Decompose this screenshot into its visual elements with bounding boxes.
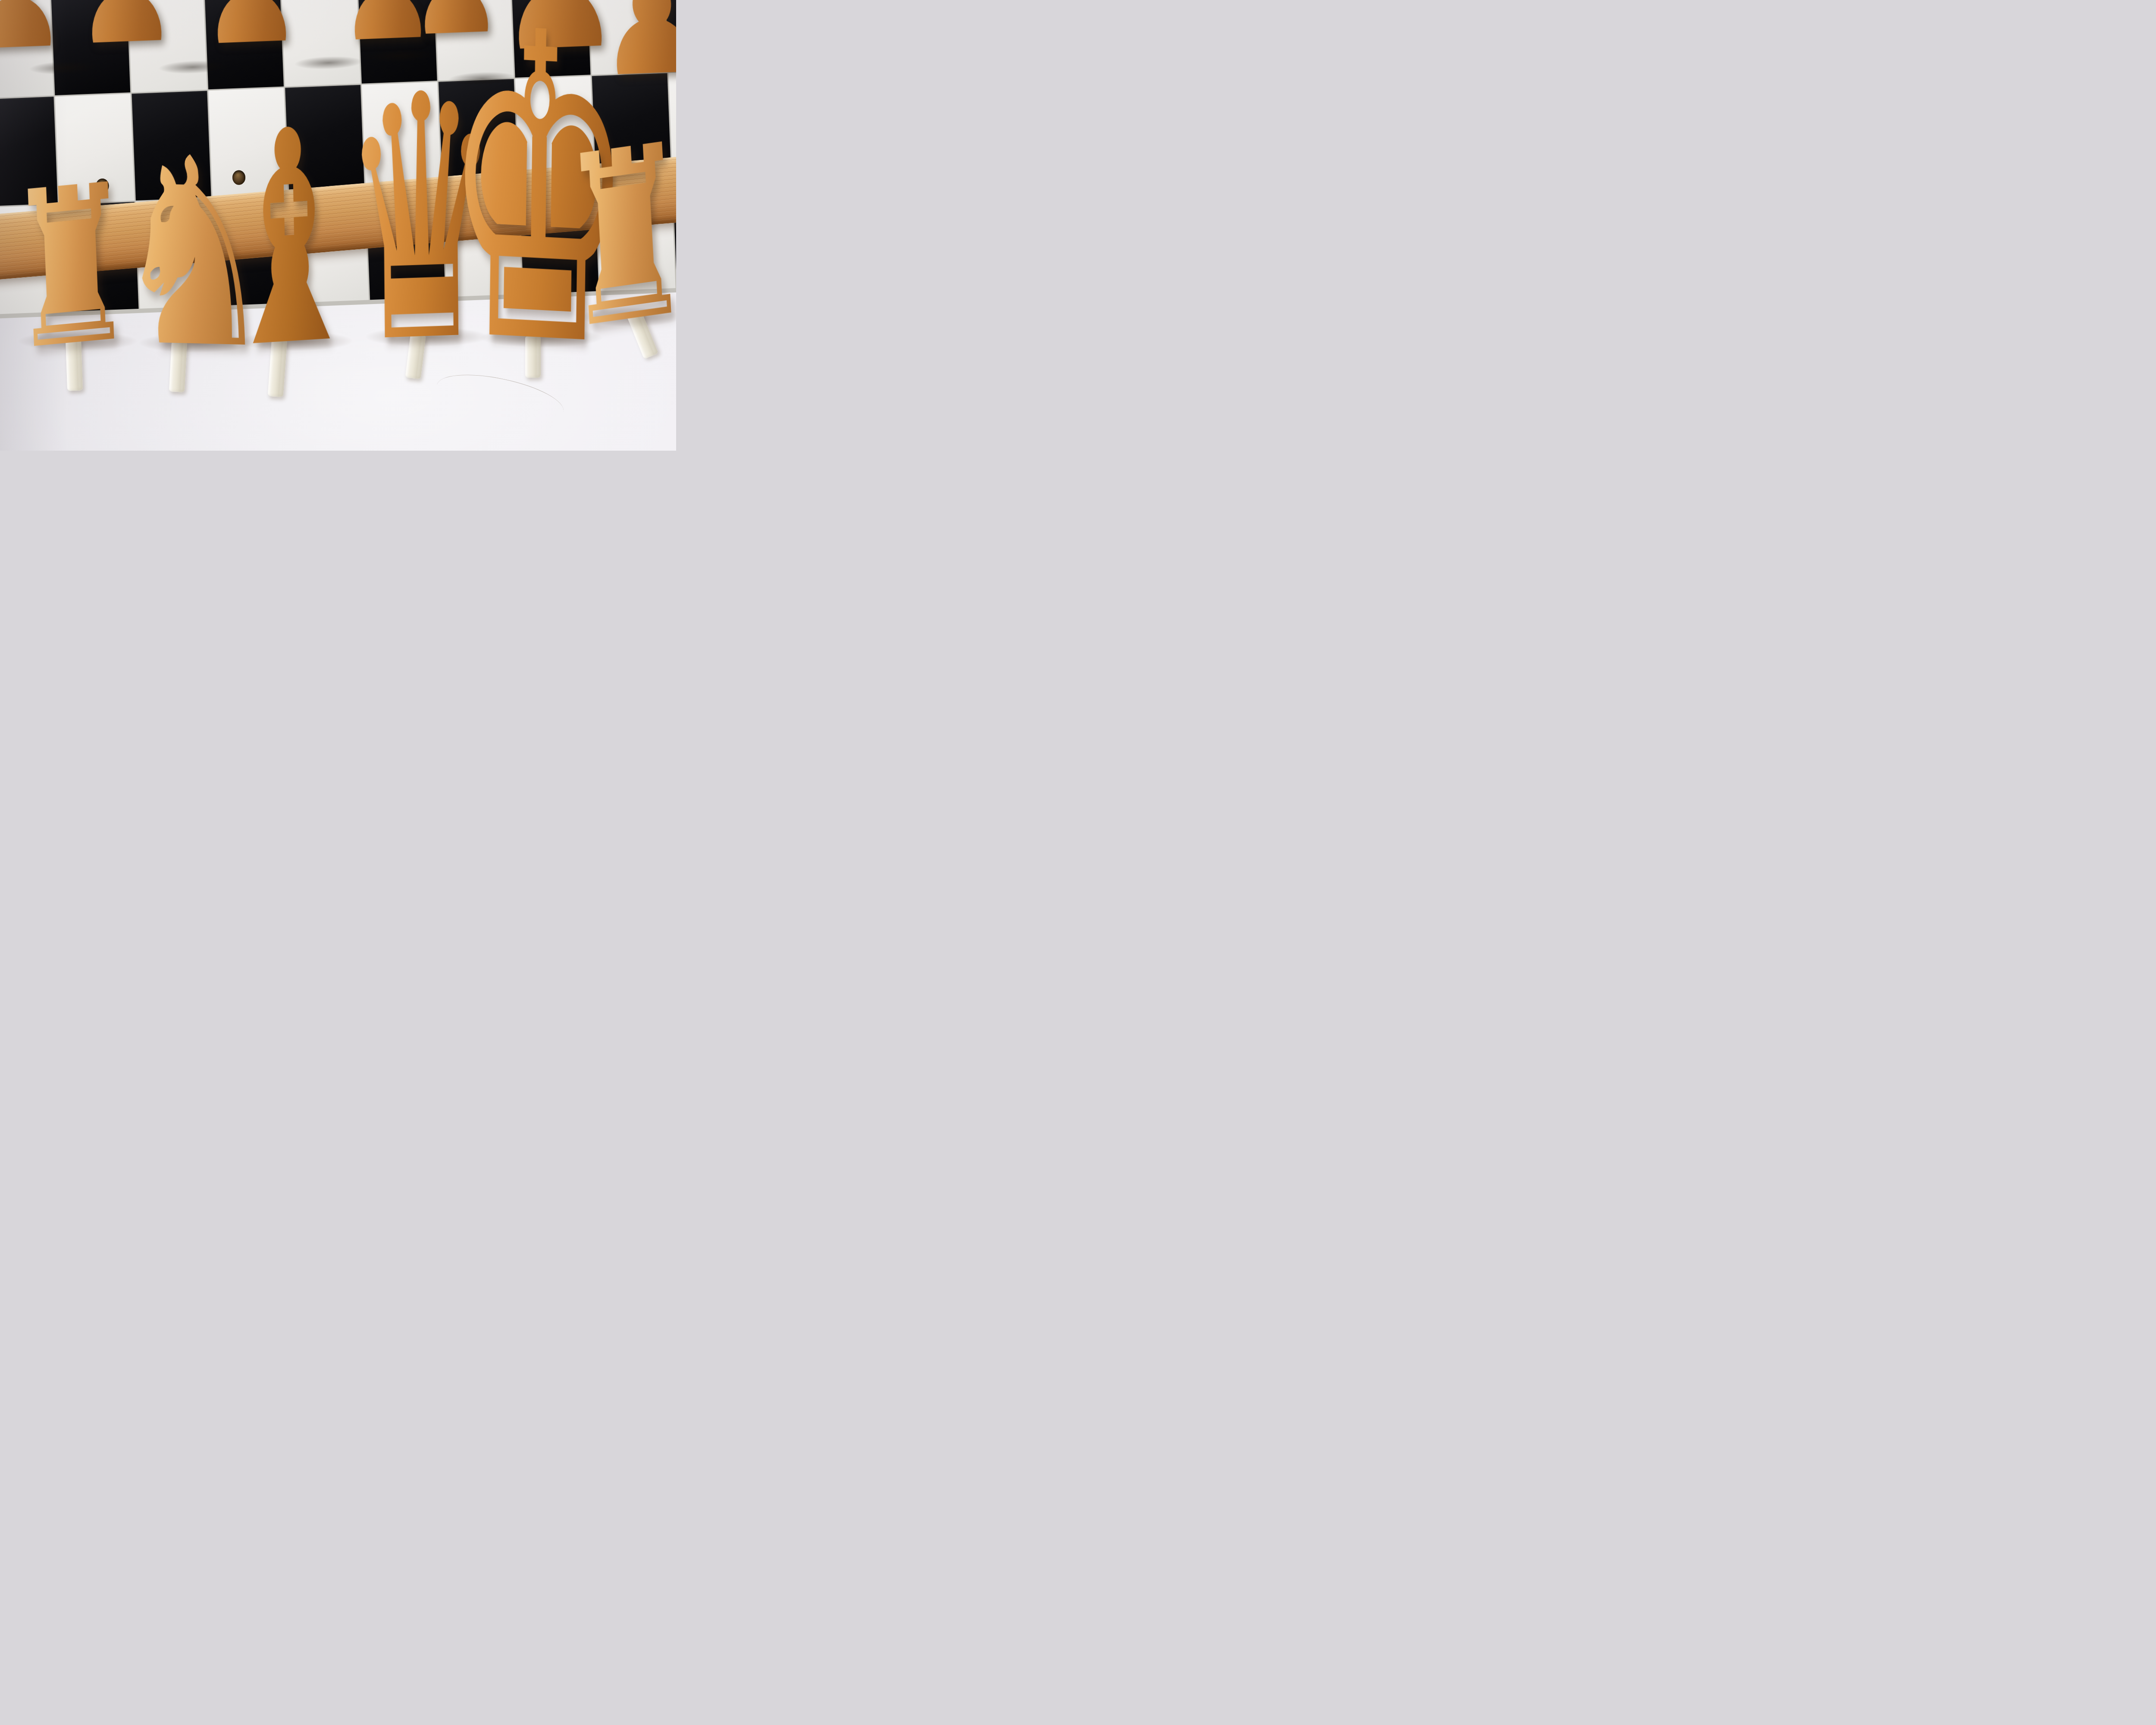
board-pawn: ♟ bbox=[71, 0, 180, 66]
foreground-rook-right: ♜ bbox=[555, 111, 676, 364]
board-pawn: ♟ bbox=[0, 0, 69, 71]
board-pawn: ♟ bbox=[197, 0, 304, 66]
table-surface: ♟ ♟ ♟ ♟ ♟ ♟ ♟ ♚ ♜ ♞ ♝ ♛ ♚ ♜ bbox=[0, 0, 676, 451]
